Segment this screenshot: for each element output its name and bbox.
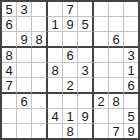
- sudoku-cell-r6c9[interactable]: 6: [124, 78, 138, 94]
- sudoku-cell-r8c5[interactable]: 1: [63, 109, 78, 124]
- sudoku-cell-r9c9[interactable]: 9: [124, 124, 138, 138]
- sudoku-cell-r3c8[interactable]: 6: [109, 32, 124, 48]
- sudoku-cell-r7c9[interactable]: [124, 94, 138, 109]
- sudoku-cell-r8c8[interactable]: [109, 109, 124, 124]
- sudoku-cell-r2c3[interactable]: [32, 17, 48, 32]
- sudoku-cell-r3c5[interactable]: [63, 32, 78, 48]
- sudoku-cell-r7c5[interactable]: [63, 94, 78, 109]
- sudoku-cell-r5c9[interactable]: 1: [124, 63, 138, 78]
- sudoku-cell-r1c9[interactable]: [124, 2, 138, 17]
- sudoku-cell-r1c4[interactable]: [48, 2, 63, 17]
- sudoku-cell-r3c3[interactable]: 8: [32, 32, 48, 48]
- sudoku-cell-r9c6[interactable]: [78, 124, 94, 138]
- sudoku-cell-r1c8[interactable]: [109, 2, 124, 17]
- sudoku-cell-r7c4[interactable]: [48, 94, 63, 109]
- sudoku-cell-r8c1[interactable]: [2, 109, 17, 124]
- sudoku-cell-r3c4[interactable]: [48, 32, 63, 48]
- sudoku-cell-r5c3[interactable]: [32, 63, 48, 78]
- sudoku-cell-r8c3[interactable]: [32, 109, 48, 124]
- sudoku-cell-r7c2[interactable]: 6: [17, 94, 32, 109]
- sudoku-cell-r6c4[interactable]: [48, 78, 63, 94]
- sudoku-cell-r8c9[interactable]: 5: [124, 109, 138, 124]
- sudoku-cell-r5c5[interactable]: [63, 63, 78, 78]
- sudoku-cell-r2c7[interactable]: [94, 17, 109, 32]
- sudoku-cell-r1c2[interactable]: 3: [17, 2, 32, 17]
- sudoku-cell-r3c2[interactable]: 9: [17, 32, 32, 48]
- sudoku-cell-r1c7[interactable]: [94, 2, 109, 17]
- sudoku-cell-r2c5[interactable]: 9: [63, 17, 78, 32]
- sudoku-cell-r4c3[interactable]: [32, 48, 48, 63]
- sudoku-cell-r8c7[interactable]: [94, 109, 109, 124]
- sudoku-cell-r1c5[interactable]: 7: [63, 2, 78, 17]
- sudoku-cell-r5c1[interactable]: 4: [2, 63, 17, 78]
- sudoku-cell-r9c1[interactable]: [2, 124, 17, 138]
- sudoku-cell-r9c8[interactable]: 7: [109, 124, 124, 138]
- sudoku-cell-r2c1[interactable]: 6: [2, 17, 17, 32]
- sudoku-cell-r3c1[interactable]: [2, 32, 17, 48]
- sudoku-cell-r7c6[interactable]: [78, 94, 94, 109]
- sudoku-board: 537619598686348317266284195879: [0, 0, 140, 140]
- sudoku-cell-r1c3[interactable]: [32, 2, 48, 17]
- sudoku-cell-r5c2[interactable]: [17, 63, 32, 78]
- sudoku-cell-r4c5[interactable]: 6: [63, 48, 78, 63]
- sudoku-cell-r5c4[interactable]: 8: [48, 63, 63, 78]
- sudoku-cell-r4c8[interactable]: [109, 48, 124, 63]
- sudoku-cell-r3c9[interactable]: [124, 32, 138, 48]
- sudoku-cell-r2c2[interactable]: [17, 17, 32, 32]
- sudoku-cell-r6c2[interactable]: [17, 78, 32, 94]
- sudoku-cell-r6c5[interactable]: 2: [63, 78, 78, 94]
- sudoku-cell-r9c4[interactable]: [48, 124, 63, 138]
- sudoku-cell-r1c6[interactable]: [78, 2, 94, 17]
- sudoku-cell-r2c9[interactable]: [124, 17, 138, 32]
- sudoku-cell-r9c7[interactable]: [94, 124, 109, 138]
- sudoku-cell-r5c8[interactable]: [109, 63, 124, 78]
- sudoku-cell-r7c3[interactable]: [32, 94, 48, 109]
- sudoku-cell-r4c6[interactable]: [78, 48, 94, 63]
- sudoku-cell-r4c1[interactable]: 8: [2, 48, 17, 63]
- sudoku-cell-r4c2[interactable]: [17, 48, 32, 63]
- sudoku-cell-r6c3[interactable]: [32, 78, 48, 94]
- sudoku-cell-r5c7[interactable]: [94, 63, 109, 78]
- sudoku-cell-r8c6[interactable]: 9: [78, 109, 94, 124]
- sudoku-cell-r9c5[interactable]: 8: [63, 124, 78, 138]
- sudoku-cell-r2c6[interactable]: 5: [78, 17, 94, 32]
- sudoku-cell-r4c9[interactable]: 3: [124, 48, 138, 63]
- sudoku-cell-r8c4[interactable]: 4: [48, 109, 63, 124]
- sudoku-cell-r1c1[interactable]: 5: [2, 2, 17, 17]
- sudoku-cell-r4c7[interactable]: [94, 48, 109, 63]
- sudoku-cell-r5c6[interactable]: 3: [78, 63, 94, 78]
- sudoku-cell-r9c2[interactable]: [17, 124, 32, 138]
- sudoku-cell-r4c4[interactable]: [48, 48, 63, 63]
- sudoku-cell-r6c6[interactable]: [78, 78, 94, 94]
- sudoku-cell-r6c8[interactable]: [109, 78, 124, 94]
- sudoku-cell-r2c4[interactable]: 1: [48, 17, 63, 32]
- sudoku-cell-r7c1[interactable]: [2, 94, 17, 109]
- sudoku-cell-r6c1[interactable]: 7: [2, 78, 17, 94]
- sudoku-cell-r3c6[interactable]: [78, 32, 94, 48]
- sudoku-cell-r2c8[interactable]: [109, 17, 124, 32]
- sudoku-cell-r9c3[interactable]: [32, 124, 48, 138]
- sudoku-cell-r6c7[interactable]: [94, 78, 109, 94]
- sudoku-cell-r3c7[interactable]: [94, 32, 109, 48]
- sudoku-cell-r7c7[interactable]: 2: [94, 94, 109, 109]
- sudoku-cell-r7c8[interactable]: 8: [109, 94, 124, 109]
- sudoku-cell-r8c2[interactable]: [17, 109, 32, 124]
